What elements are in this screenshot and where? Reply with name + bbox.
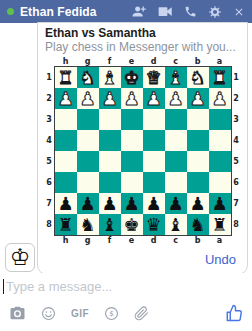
text-cursor	[3, 279, 4, 294]
rank-label-left-8: 8	[44, 214, 55, 235]
square-d1[interactable]: ♛	[143, 67, 165, 88]
square-a8[interactable]: ♜	[209, 214, 231, 235]
rank-label-right-2: 2	[231, 88, 242, 109]
black-knight: ♞	[79, 216, 95, 234]
white-pawn: ♟	[211, 90, 227, 108]
square-f7[interactable]: ♟	[99, 193, 121, 214]
attachment-paperclip-icon[interactable]	[134, 306, 149, 321]
rank-label-left-4: 4	[44, 130, 55, 151]
white-rook: ♜	[211, 69, 227, 87]
rank-label-right-3: 3	[231, 109, 242, 130]
black-rook: ♜	[211, 216, 227, 234]
square-a3[interactable]	[209, 109, 231, 130]
square-d6[interactable]	[143, 172, 165, 193]
square-d7[interactable]: ♟	[143, 193, 165, 214]
square-a4[interactable]	[209, 130, 231, 151]
board-corner	[231, 235, 242, 246]
file-label-top-e: e	[121, 56, 143, 67]
phone-call-icon[interactable]	[184, 5, 197, 18]
rank-label-right-1: 1	[231, 67, 242, 88]
like-thumb-icon[interactable]	[225, 304, 243, 322]
square-f2[interactable]: ♟	[99, 88, 121, 109]
messenger-chat-window: Ethan Fedida	[0, 0, 252, 331]
game-title: Ethan vs Samantha	[38, 23, 247, 40]
white-knight: ♞	[79, 69, 95, 87]
board-corner	[44, 235, 55, 246]
rank-label-right-7: 7	[231, 193, 242, 214]
square-g2[interactable]: ♟	[77, 88, 99, 109]
file-label-top-h: h	[55, 56, 77, 67]
square-g8[interactable]: ♞	[77, 214, 99, 235]
square-f4[interactable]	[99, 130, 121, 151]
square-h3[interactable]	[55, 109, 77, 130]
settings-gear-icon[interactable]	[208, 5, 222, 19]
square-f3[interactable]	[99, 109, 121, 130]
avatar[interactable]: ♔	[5, 243, 35, 272]
square-f1[interactable]: ♝	[99, 67, 121, 88]
white-rook: ♜	[57, 69, 73, 87]
square-h7[interactable]: ♟	[55, 193, 77, 214]
square-f5[interactable]	[99, 151, 121, 172]
square-c2[interactable]: ♟	[165, 88, 187, 109]
file-label-bottom-h: h	[55, 235, 77, 246]
black-pawn: ♟	[211, 195, 227, 213]
undo-button[interactable]: Undo	[205, 252, 236, 267]
square-h1[interactable]: ♜	[55, 67, 77, 88]
rank-label-right-5: 5	[231, 151, 242, 172]
square-a6[interactable]	[209, 172, 231, 193]
square-g5[interactable]	[77, 151, 99, 172]
composer: Type a message... GIF $	[0, 273, 252, 331]
titlebar: Ethan Fedida	[0, 0, 252, 23]
conversation-title: Ethan Fedida	[20, 5, 97, 19]
square-a5[interactable]	[209, 151, 231, 172]
square-e4[interactable]	[121, 130, 143, 151]
white-knight: ♞	[189, 69, 205, 87]
square-c8[interactable]: ♝	[165, 214, 187, 235]
svg-text:$: $	[109, 309, 114, 318]
rank-label-left-1: 1	[44, 67, 55, 88]
black-pawn: ♟	[167, 195, 183, 213]
square-b5[interactable]	[187, 151, 209, 172]
file-label-top-g: g	[77, 56, 99, 67]
square-c4[interactable]	[165, 130, 187, 151]
square-a2[interactable]: ♟	[209, 88, 231, 109]
square-c6[interactable]	[165, 172, 187, 193]
file-label-bottom-f: f	[99, 235, 121, 246]
black-pawn: ♟	[79, 195, 95, 213]
rank-label-left-6: 6	[44, 172, 55, 193]
square-h8[interactable]: ♜	[55, 214, 77, 235]
square-g1[interactable]: ♞	[77, 67, 99, 88]
white-pawn: ♟	[57, 90, 73, 108]
square-b7[interactable]: ♟	[187, 193, 209, 214]
square-h6[interactable]	[55, 172, 77, 193]
black-pawn: ♟	[57, 195, 73, 213]
file-label-top-c: c	[165, 56, 187, 67]
square-h4[interactable]	[55, 130, 77, 151]
chess-board: hgfedcba1♜♞♝♚♛♝♞♜12♟♟♟♟♟♟♟♟2334455667♟♟♟…	[44, 56, 242, 246]
board-corner	[231, 56, 242, 67]
payment-dollar-icon[interactable]: $	[104, 306, 119, 321]
square-a7[interactable]: ♟	[209, 193, 231, 214]
square-e6[interactable]	[121, 172, 143, 193]
square-e3[interactable]	[121, 109, 143, 130]
square-e8[interactable]: ♚	[121, 214, 143, 235]
rank-label-right-4: 4	[231, 130, 242, 151]
white-king: ♚	[123, 69, 139, 87]
black-queen: ♛	[145, 216, 161, 234]
square-g4[interactable]	[77, 130, 99, 151]
game-subtitle: Play chess in Messenger with you...	[38, 40, 247, 56]
black-knight: ♞	[189, 216, 205, 234]
square-d4[interactable]	[143, 130, 165, 151]
add-person-icon[interactable]	[132, 5, 147, 18]
rank-label-left-7: 7	[44, 193, 55, 214]
square-g7[interactable]: ♟	[77, 193, 99, 214]
white-pawn: ♟	[79, 90, 95, 108]
black-king: ♚	[123, 216, 139, 234]
white-pawn: ♟	[101, 90, 117, 108]
file-label-top-b: b	[187, 56, 209, 67]
square-e5[interactable]	[121, 151, 143, 172]
white-pawn: ♟	[189, 90, 205, 108]
square-c1[interactable]: ♝	[165, 67, 187, 88]
black-bishop: ♝	[101, 216, 117, 234]
white-bishop: ♝	[101, 69, 117, 87]
file-label-bottom-g: g	[77, 235, 99, 246]
video-call-icon[interactable]	[158, 6, 173, 17]
square-c7[interactable]: ♟	[165, 193, 187, 214]
rank-label-right-6: 6	[231, 172, 242, 193]
square-g3[interactable]	[77, 109, 99, 130]
online-status-dot	[7, 8, 14, 15]
square-e1[interactable]: ♚	[121, 67, 143, 88]
square-a1[interactable]: ♜	[209, 67, 231, 88]
square-b8[interactable]: ♞	[187, 214, 209, 235]
white-bishop: ♝	[167, 69, 183, 87]
file-label-bottom-d: d	[143, 235, 165, 246]
white-king-avatar-icon: ♔	[10, 246, 31, 269]
file-label-bottom-e: e	[121, 235, 143, 246]
black-rook: ♜	[57, 216, 73, 234]
message-input[interactable]: Type a message...	[0, 273, 252, 299]
white-pawn: ♟	[123, 90, 139, 108]
square-f8[interactable]: ♝	[99, 214, 121, 235]
square-f6[interactable]	[99, 172, 121, 193]
square-d2[interactable]: ♟	[143, 88, 165, 109]
gif-icon[interactable]: GIF	[71, 308, 89, 319]
black-bishop: ♝	[167, 216, 183, 234]
white-pawn: ♟	[167, 90, 183, 108]
square-b6[interactable]	[187, 172, 209, 193]
close-icon[interactable]	[233, 6, 245, 18]
file-label-bottom-c: c	[165, 235, 187, 246]
file-label-bottom-b: b	[187, 235, 209, 246]
square-d3[interactable]	[143, 109, 165, 130]
square-b1[interactable]: ♞	[187, 67, 209, 88]
square-e7[interactable]: ♟	[121, 193, 143, 214]
black-pawn: ♟	[189, 195, 205, 213]
black-pawn: ♟	[101, 195, 117, 213]
square-b3[interactable]	[187, 109, 209, 130]
square-c3[interactable]	[165, 109, 187, 130]
white-queen: ♛	[145, 69, 161, 87]
file-label-bottom-a: a	[209, 235, 231, 246]
file-label-top-d: d	[143, 56, 165, 67]
square-c5[interactable]	[165, 151, 187, 172]
conversation-area: Ethan vs Samantha Play chess in Messenge…	[0, 23, 252, 273]
rank-label-left-3: 3	[44, 109, 55, 130]
square-h2[interactable]: ♟	[55, 88, 77, 109]
square-g6[interactable]	[77, 172, 99, 193]
black-pawn: ♟	[145, 195, 161, 213]
board-corner	[44, 56, 55, 67]
black-pawn: ♟	[123, 195, 139, 213]
square-b4[interactable]	[187, 130, 209, 151]
white-pawn: ♟	[145, 90, 161, 108]
square-h5[interactable]	[55, 151, 77, 172]
input-placeholder: Type a message...	[6, 279, 112, 294]
emoji-smiley-icon[interactable]	[41, 306, 56, 321]
file-label-top-f: f	[99, 56, 121, 67]
square-d5[interactable]	[143, 151, 165, 172]
rank-label-right-8: 8	[231, 214, 242, 235]
rank-label-left-2: 2	[44, 88, 55, 109]
camera-icon[interactable]	[9, 306, 26, 320]
square-e2[interactable]: ♟	[121, 88, 143, 109]
rank-label-left-5: 5	[44, 151, 55, 172]
chess-game-bubble: Ethan vs Samantha Play chess in Messenge…	[37, 22, 248, 275]
square-b2[interactable]: ♟	[187, 88, 209, 109]
square-d8[interactable]: ♛	[143, 214, 165, 235]
file-label-top-a: a	[209, 56, 231, 67]
